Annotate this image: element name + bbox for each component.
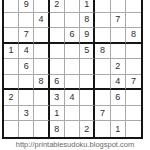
cell-r4c7: 8 (95, 44, 110, 60)
cell-r4c8[interactable] (111, 44, 126, 60)
cell-r7c5: 4 (65, 90, 80, 106)
cell-r1c7[interactable] (95, 0, 110, 13)
cell-r8c3[interactable] (34, 106, 49, 122)
cell-r7c9[interactable] (126, 90, 141, 106)
cell-r2c1[interactable] (4, 13, 19, 29)
cell-r1c3[interactable] (34, 0, 49, 13)
cell-r1c6: 1 (80, 0, 95, 13)
cell-r2c4[interactable] (50, 13, 65, 29)
cell-r6c8: 4 (111, 75, 126, 91)
cell-r1c2: 9 (19, 0, 34, 13)
cell-r9c6: 2 (80, 121, 95, 137)
cell-r9c5[interactable] (65, 121, 80, 137)
cell-r8c5[interactable] (65, 106, 80, 122)
cell-r9c2[interactable] (19, 121, 34, 137)
cell-r3c5: 6 (65, 28, 80, 44)
cell-r4c1: 1 (4, 44, 19, 60)
cell-r8c1[interactable] (4, 106, 19, 122)
cell-r5c5[interactable] (65, 59, 80, 75)
cell-r6c7[interactable] (95, 75, 110, 91)
cell-r7c2[interactable] (19, 90, 34, 106)
cell-r5c9[interactable] (126, 59, 141, 75)
cell-r1c5[interactable] (65, 0, 80, 13)
cell-r5c3[interactable] (34, 59, 49, 75)
cell-r2c5[interactable] (65, 13, 80, 29)
cell-r5c8: 2 (111, 59, 126, 75)
cell-r2c2[interactable] (19, 13, 34, 29)
cell-r4c4[interactable] (50, 44, 65, 60)
cell-r3c3[interactable] (34, 28, 49, 44)
cell-r7c4: 3 (50, 90, 65, 106)
cell-r6c6[interactable] (80, 75, 95, 91)
cell-r6c3: 8 (34, 75, 49, 91)
cell-r3c2: 7 (19, 28, 34, 44)
cell-r1c8[interactable] (111, 0, 126, 13)
cell-r8c6[interactable] (80, 106, 95, 122)
cell-r4c9[interactable] (126, 44, 141, 60)
cell-r2c9[interactable] (126, 13, 141, 29)
cell-r7c7[interactable] (95, 90, 110, 106)
cell-r9c4: 8 (50, 121, 65, 137)
cell-r2c6: 8 (80, 13, 95, 29)
cell-r4c5[interactable] (65, 44, 80, 60)
cell-r5c1[interactable] (4, 59, 19, 75)
cell-r7c6[interactable] (80, 90, 95, 106)
cell-r6c5[interactable] (65, 75, 80, 91)
cell-r8c9[interactable] (126, 106, 141, 122)
cell-r7c8: 6 (111, 90, 126, 106)
cell-r4c6: 5 (80, 44, 95, 60)
cell-r2c3: 4 (34, 13, 49, 29)
cell-r8c2: 3 (19, 106, 34, 122)
cell-r6c4: 6 (50, 75, 65, 91)
sudoku-page: 921487769814586286472346317821 http://pr… (0, 0, 150, 150)
cell-r2c7[interactable] (95, 13, 110, 29)
cell-r1c1[interactable] (4, 0, 19, 13)
cell-r3c6: 9 (80, 28, 95, 44)
cell-r5c4[interactable] (50, 59, 65, 75)
cell-r9c7[interactable] (95, 121, 110, 137)
cell-r9c1[interactable] (4, 121, 19, 137)
cell-r4c2: 4 (19, 44, 34, 60)
cell-r8c8[interactable] (111, 106, 126, 122)
cell-r4c3[interactable] (34, 44, 49, 60)
cell-r3c4[interactable] (50, 28, 65, 44)
cell-r9c3[interactable] (34, 121, 49, 137)
cell-r8c7: 7 (95, 106, 110, 122)
cell-r6c1[interactable] (4, 75, 19, 91)
cell-r6c9: 7 (126, 75, 141, 91)
cell-r7c3[interactable] (34, 90, 49, 106)
cell-r6c2[interactable] (19, 75, 34, 91)
cell-r9c9[interactable] (126, 121, 141, 137)
cell-r2c8: 7 (111, 13, 126, 29)
cell-r3c9: 8 (126, 28, 141, 44)
cell-r5c2: 6 (19, 59, 34, 75)
cell-r1c9[interactable] (126, 0, 141, 13)
cell-r1c4: 2 (50, 0, 65, 13)
cell-r9c8: 1 (111, 121, 126, 137)
cell-r8c4: 1 (50, 106, 65, 122)
cell-r3c7[interactable] (95, 28, 110, 44)
sudoku-board: 921487769814586286472346317821 (2, 0, 143, 139)
cell-r5c6[interactable] (80, 59, 95, 75)
cell-r3c1[interactable] (4, 28, 19, 44)
cell-r7c1: 2 (4, 90, 19, 106)
cell-r5c7[interactable] (95, 59, 110, 75)
source-url: http://printablesudoku.blogspot.com (0, 140, 150, 150)
cell-r3c8[interactable] (111, 28, 126, 44)
